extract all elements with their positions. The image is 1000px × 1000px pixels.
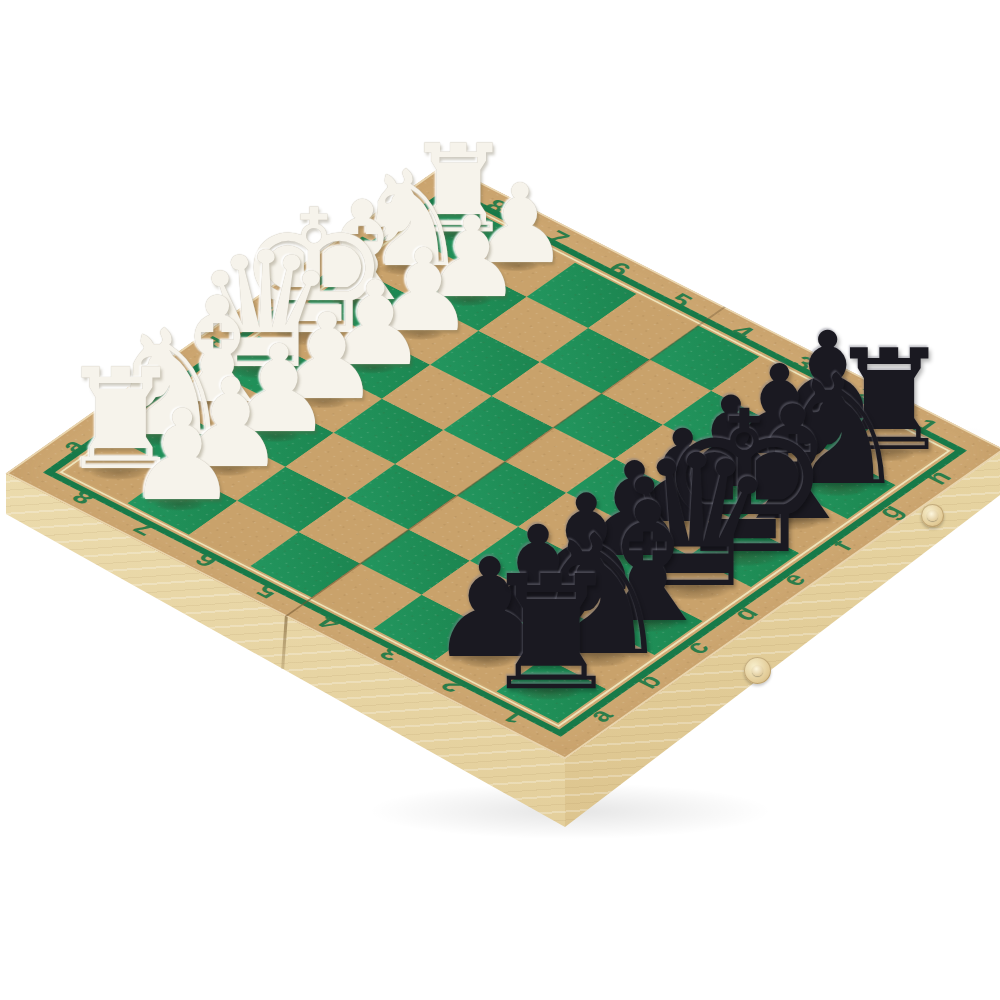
piece-black-rook-a1: ♜ xyxy=(481,555,622,713)
pieces-layer: ♜♟♞♟♝♟♚♟♛♟♝♟♟♞♜♟♟♜♞♟♟♝♟♚♟♛♟♝♟♞♟♜ xyxy=(0,0,1000,1000)
piece-white-pawn-a7: ♟ xyxy=(126,394,239,520)
chess-set-product-photo: aabbccddeeffgghh1122334455667788 ♜♟♞♟♝♟♚… xyxy=(0,0,1000,1000)
